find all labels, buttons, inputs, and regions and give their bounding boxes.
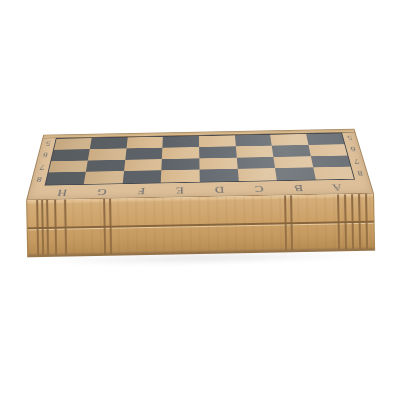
rank-label-right-6: 6 (345, 143, 361, 155)
board-top-perspective: 5678 5678 HGFEDCBA (25, 129, 374, 201)
square-g7 (86, 159, 125, 171)
square-g6 (88, 148, 126, 160)
rank-label-right-8: 8 (352, 167, 369, 180)
box-front-side (26, 194, 375, 258)
square-d8 (200, 169, 239, 182)
square-c5 (235, 135, 272, 146)
square-f5 (127, 137, 164, 148)
square-b7 (273, 156, 312, 168)
square-e5 (163, 136, 199, 147)
square-a7 (310, 155, 350, 167)
square-g8 (84, 171, 124, 184)
rank-label-right-5: 5 (342, 132, 358, 143)
square-e8 (161, 170, 200, 183)
square-g5 (90, 137, 127, 149)
square-h8 (46, 172, 87, 185)
chess-box: 5678 5678 HGFEDCBA (25, 129, 375, 258)
square-f6 (125, 148, 163, 160)
square-d6 (199, 146, 236, 158)
square-b5 (270, 134, 308, 145)
square-h6 (51, 149, 90, 161)
board-top-face: 5678 5678 HGFEDCBA (26, 129, 374, 201)
square-a6 (308, 144, 347, 156)
board-grid (44, 133, 355, 186)
square-e7 (162, 158, 200, 170)
square-c8 (237, 168, 277, 181)
product-photo-scene: 5678 5678 HGFEDCBA (0, 0, 400, 400)
square-c7 (236, 157, 275, 169)
square-d7 (199, 157, 237, 169)
square-e6 (162, 147, 199, 159)
square-h5 (54, 138, 92, 150)
square-f8 (123, 170, 162, 183)
square-d5 (199, 135, 236, 146)
square-b6 (272, 145, 311, 157)
square-h7 (48, 160, 88, 172)
square-f7 (124, 159, 162, 171)
square-c6 (235, 145, 273, 157)
square-a5 (306, 133, 345, 144)
square-b8 (275, 168, 315, 181)
board-middle-strip: 5678 5678 (31, 132, 369, 185)
rank-label-right-7: 7 (348, 155, 365, 167)
square-a8 (313, 167, 354, 180)
